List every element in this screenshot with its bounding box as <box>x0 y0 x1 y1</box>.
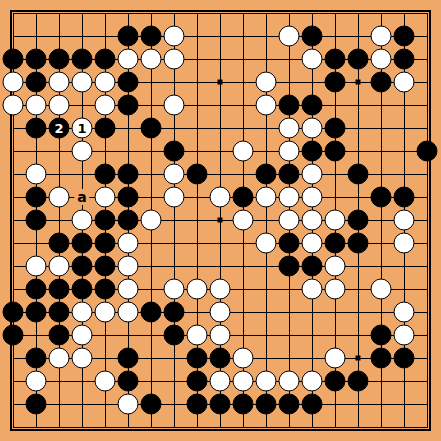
black-stone <box>187 348 208 369</box>
white-stone <box>49 348 70 369</box>
black-stone <box>118 26 139 47</box>
white-stone <box>95 95 116 116</box>
white-stone <box>371 26 392 47</box>
white-stone <box>233 348 254 369</box>
black-stone <box>118 210 139 231</box>
black-stone <box>72 256 93 277</box>
black-stone <box>26 49 47 70</box>
black-stone <box>279 164 300 185</box>
black-stone <box>394 187 415 208</box>
black-stone <box>325 118 346 139</box>
white-stone <box>279 187 300 208</box>
white-stone <box>49 187 70 208</box>
black-stone <box>49 325 70 346</box>
white-stone <box>371 279 392 300</box>
white-stone <box>95 302 116 323</box>
white-stone <box>141 210 162 231</box>
white-stone <box>394 302 415 323</box>
black-stone <box>141 302 162 323</box>
black-stone <box>72 49 93 70</box>
black-stone <box>325 233 346 254</box>
white-stone <box>95 72 116 93</box>
black-stone <box>348 164 369 185</box>
white-stone <box>26 371 47 392</box>
white-stone <box>118 279 139 300</box>
black-stone <box>95 118 116 139</box>
white-stone <box>49 72 70 93</box>
black-stone <box>118 348 139 369</box>
black-stone <box>141 26 162 47</box>
grid-line-horizontal <box>13 427 428 428</box>
black-stone <box>141 394 162 415</box>
black-stone <box>210 348 231 369</box>
white-stone <box>256 371 277 392</box>
star-point <box>218 80 223 85</box>
white-stone <box>256 95 277 116</box>
black-stone <box>348 371 369 392</box>
black-stone <box>371 325 392 346</box>
black-stone <box>118 371 139 392</box>
white-stone <box>279 26 300 47</box>
black-stone <box>348 210 369 231</box>
white-stone <box>302 371 323 392</box>
white-stone <box>72 210 93 231</box>
white-stone <box>26 164 47 185</box>
white-stone <box>210 371 231 392</box>
black-stone <box>233 187 254 208</box>
white-stone <box>325 348 346 369</box>
white-stone <box>302 187 323 208</box>
black-stone <box>302 394 323 415</box>
black-stone <box>26 187 47 208</box>
white-stone <box>210 187 231 208</box>
black-stone <box>210 394 231 415</box>
black-stone <box>302 26 323 47</box>
white-stone <box>279 141 300 162</box>
white-stone <box>72 325 93 346</box>
black-stone <box>371 187 392 208</box>
white-stone <box>118 394 139 415</box>
black-stone <box>95 210 116 231</box>
black-stone <box>164 325 185 346</box>
go-board-diagram: 21 a <box>0 0 441 441</box>
black-stone <box>394 348 415 369</box>
black-stone <box>417 141 438 162</box>
white-stone <box>118 302 139 323</box>
star-point <box>218 218 223 223</box>
white-stone <box>302 49 323 70</box>
black-stone <box>72 233 93 254</box>
black-stone <box>3 49 24 70</box>
black-stone <box>95 164 116 185</box>
white-stone <box>49 95 70 116</box>
white-stone <box>72 348 93 369</box>
white-stone <box>256 233 277 254</box>
black-stone <box>348 233 369 254</box>
black-stone <box>72 279 93 300</box>
black-stone-move-2: 2 <box>49 118 70 139</box>
black-stone <box>325 371 346 392</box>
black-stone <box>233 394 254 415</box>
star-point <box>356 356 361 361</box>
black-stone <box>3 302 24 323</box>
white-stone <box>187 279 208 300</box>
white-stone <box>210 279 231 300</box>
black-stone <box>325 49 346 70</box>
black-stone <box>3 325 24 346</box>
white-stone <box>164 26 185 47</box>
black-stone <box>118 187 139 208</box>
white-stone <box>394 72 415 93</box>
white-stone <box>302 118 323 139</box>
black-stone <box>26 118 47 139</box>
black-stone <box>95 256 116 277</box>
white-stone <box>302 210 323 231</box>
white-stone <box>3 72 24 93</box>
black-stone <box>187 371 208 392</box>
black-stone <box>325 141 346 162</box>
white-stone <box>72 141 93 162</box>
white-stone <box>325 256 346 277</box>
black-stone <box>302 95 323 116</box>
black-stone <box>256 164 277 185</box>
black-stone <box>26 302 47 323</box>
white-stone <box>187 325 208 346</box>
white-stone <box>371 49 392 70</box>
white-stone <box>210 325 231 346</box>
white-stone <box>394 210 415 231</box>
black-stone <box>95 233 116 254</box>
white-stone <box>256 187 277 208</box>
black-stone <box>279 256 300 277</box>
black-stone <box>141 118 162 139</box>
white-stone <box>164 164 185 185</box>
white-stone <box>279 371 300 392</box>
black-stone <box>118 164 139 185</box>
black-stone <box>49 302 70 323</box>
black-stone <box>279 233 300 254</box>
white-stone <box>49 256 70 277</box>
white-stone <box>302 164 323 185</box>
white-stone <box>26 256 47 277</box>
black-stone <box>371 348 392 369</box>
white-stone <box>164 279 185 300</box>
black-stone <box>325 72 346 93</box>
black-stone <box>279 394 300 415</box>
white-stone <box>118 49 139 70</box>
white-stone <box>325 279 346 300</box>
black-stone <box>26 72 47 93</box>
black-stone <box>348 49 369 70</box>
white-stone <box>118 233 139 254</box>
black-stone <box>49 233 70 254</box>
white-stone <box>394 325 415 346</box>
black-stone <box>49 279 70 300</box>
black-stone <box>371 72 392 93</box>
black-stone <box>26 210 47 231</box>
black-stone <box>256 394 277 415</box>
white-stone <box>118 256 139 277</box>
black-stone <box>187 164 208 185</box>
black-stone <box>26 279 47 300</box>
black-stone <box>26 348 47 369</box>
black-stone <box>118 72 139 93</box>
white-stone <box>164 49 185 70</box>
white-stone <box>233 210 254 231</box>
black-stone <box>164 302 185 323</box>
black-stone <box>302 141 323 162</box>
white-stone <box>279 118 300 139</box>
white-stone <box>210 302 231 323</box>
white-stone <box>141 49 162 70</box>
white-stone <box>302 233 323 254</box>
black-stone <box>394 49 415 70</box>
white-stone <box>95 371 116 392</box>
star-point <box>356 80 361 85</box>
black-stone <box>95 279 116 300</box>
white-stone <box>325 210 346 231</box>
white-stone <box>233 371 254 392</box>
black-stone <box>394 26 415 47</box>
white-stone <box>164 95 185 116</box>
white-stone <box>279 210 300 231</box>
white-stone <box>26 95 47 116</box>
white-stone <box>233 141 254 162</box>
black-stone <box>118 95 139 116</box>
black-stone <box>279 95 300 116</box>
black-stone <box>26 394 47 415</box>
white-stone <box>3 95 24 116</box>
grid-line-vertical <box>427 13 428 428</box>
black-stone <box>187 394 208 415</box>
white-stone <box>72 72 93 93</box>
white-stone-move-1: 1 <box>72 118 93 139</box>
white-stone <box>164 187 185 208</box>
black-stone <box>95 49 116 70</box>
black-stone <box>302 256 323 277</box>
white-stone <box>72 302 93 323</box>
white-stone <box>394 233 415 254</box>
white-stone <box>256 72 277 93</box>
white-stone <box>95 187 116 208</box>
point-label-a: a <box>74 189 89 205</box>
black-stone <box>49 49 70 70</box>
black-stone <box>164 141 185 162</box>
white-stone <box>302 279 323 300</box>
